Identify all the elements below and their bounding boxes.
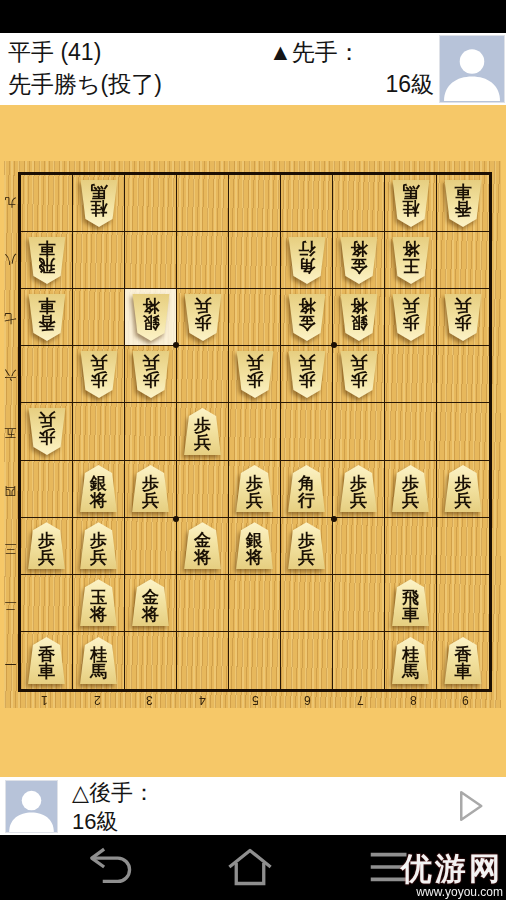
square-8-1[interactable]: 桂馬	[385, 632, 437, 689]
square-5-1[interactable]	[229, 632, 281, 689]
square-8-3[interactable]	[385, 518, 437, 575]
square-1-2[interactable]	[21, 575, 73, 632]
sente-piece: 歩兵	[183, 294, 223, 341]
sente-piece: 王将	[391, 237, 431, 284]
star-point	[173, 516, 179, 522]
square-6-3[interactable]: 歩兵	[281, 518, 333, 575]
rank-label: 七	[4, 288, 17, 346]
square-4-3[interactable]: 金将	[177, 518, 229, 575]
square-1-5[interactable]: 歩兵	[21, 403, 73, 460]
square-4-9[interactable]	[177, 175, 229, 232]
gote-piece: 金将	[183, 522, 223, 569]
gote-rank: 16級	[72, 807, 155, 836]
square-8-5[interactable]	[385, 403, 437, 460]
gote-piece: 銀将	[79, 465, 119, 512]
sente-piece: 香車	[27, 294, 67, 341]
rank-labels: 九八七六五四三二一	[4, 172, 17, 692]
play-triangle-icon	[450, 786, 490, 826]
square-7-2[interactable]	[333, 575, 385, 632]
back-button[interactable]	[85, 845, 137, 889]
gote-piece: 歩兵	[287, 522, 327, 569]
square-5-2[interactable]	[229, 575, 281, 632]
square-5-6[interactable]: 歩兵	[229, 346, 281, 403]
square-9-3[interactable]	[437, 518, 489, 575]
square-2-5[interactable]	[73, 403, 125, 460]
square-6-4[interactable]: 角行	[281, 461, 333, 518]
square-1-4[interactable]	[21, 461, 73, 518]
gote-piece: 歩兵	[131, 465, 171, 512]
home-button[interactable]	[224, 845, 276, 889]
watermark: 优游网 www.yoyou.com	[401, 853, 503, 899]
sente-piece: 歩兵	[443, 294, 483, 341]
rank-label: 五	[4, 403, 17, 461]
gote-piece: 玉将	[79, 579, 119, 626]
gote-piece: 金将	[131, 579, 171, 626]
square-2-3[interactable]: 歩兵	[73, 518, 125, 575]
square-6-6[interactable]: 歩兵	[281, 346, 333, 403]
rank-label: 二	[4, 576, 17, 634]
square-6-8[interactable]: 角行	[281, 232, 333, 289]
square-5-3[interactable]: 銀将	[229, 518, 281, 575]
rank-label: 九	[4, 172, 17, 230]
sente-piece: 銀将	[339, 294, 379, 341]
square-3-9[interactable]	[125, 175, 177, 232]
footer: △後手： 16級	[0, 777, 506, 835]
sente-piece: 歩兵	[79, 351, 119, 398]
sente-avatar	[439, 35, 505, 103]
gote-piece: 歩兵	[339, 465, 379, 512]
watermark-url: www.yoyou.com	[401, 885, 503, 899]
square-9-7[interactable]: 歩兵	[437, 289, 489, 346]
square-7-8[interactable]: 金将	[333, 232, 385, 289]
status-bar	[0, 0, 506, 33]
square-7-1[interactable]	[333, 632, 385, 689]
square-9-6[interactable]	[437, 346, 489, 403]
gote-piece: 香車	[443, 637, 483, 684]
android-nav-bar: 优游网 www.yoyou.com	[0, 835, 506, 900]
file-labels: 123456789	[18, 694, 492, 707]
gote-avatar	[5, 780, 58, 833]
square-2-6[interactable]: 歩兵	[73, 346, 125, 403]
square-3-3[interactable]	[125, 518, 177, 575]
rank-label: 一	[4, 634, 17, 692]
back-arrow-icon	[85, 845, 137, 889]
square-4-4[interactable]	[177, 461, 229, 518]
square-4-7[interactable]: 歩兵	[177, 289, 229, 346]
watermark-logo: 优游网	[401, 853, 503, 885]
file-label: 1	[18, 694, 71, 707]
gote-piece: 歩兵	[235, 465, 275, 512]
square-3-8[interactable]	[125, 232, 177, 289]
sente-rank: 16級	[269, 68, 434, 100]
square-7-5[interactable]	[333, 403, 385, 460]
star-point	[173, 342, 179, 348]
gote-player-info: △後手： 16級	[72, 778, 155, 836]
square-4-5[interactable]: 歩兵	[177, 403, 229, 460]
square-3-1[interactable]	[125, 632, 177, 689]
square-3-2[interactable]: 金将	[125, 575, 177, 632]
square-6-1[interactable]	[281, 632, 333, 689]
gote-piece: 歩兵	[443, 465, 483, 512]
gote-piece: 香車	[27, 637, 67, 684]
square-3-7[interactable]: 銀将	[125, 289, 177, 346]
sente-piece: 金将	[287, 294, 327, 341]
sente-piece: 桂馬	[391, 180, 431, 227]
square-5-5[interactable]	[229, 403, 281, 460]
square-4-2[interactable]	[177, 575, 229, 632]
header: 平手 (41) 先手勝ち(投了) ▲先手： 16級	[0, 33, 506, 105]
square-4-8[interactable]	[177, 232, 229, 289]
sente-piece: 歩兵	[235, 351, 275, 398]
square-6-7[interactable]: 金将	[281, 289, 333, 346]
person-silhouette-icon	[6, 781, 57, 832]
square-8-7[interactable]: 歩兵	[385, 289, 437, 346]
square-5-4[interactable]: 歩兵	[229, 461, 281, 518]
sente-piece: 歩兵	[391, 294, 431, 341]
board-grid: 桂馬桂馬香車飛車角行金将王将香車銀将歩兵金将銀将歩兵歩兵歩兵歩兵歩兵歩兵歩兵歩兵…	[18, 172, 492, 692]
sente-player-info: ▲先手： 16級	[269, 36, 434, 100]
gote-piece: 歩兵	[391, 465, 431, 512]
rank-label: 六	[4, 345, 17, 403]
square-1-3[interactable]: 歩兵	[21, 518, 73, 575]
square-1-6[interactable]	[21, 346, 73, 403]
sente-piece: 歩兵	[339, 351, 379, 398]
square-9-9[interactable]: 香車	[437, 175, 489, 232]
gote-piece: 歩兵	[27, 522, 67, 569]
sente-piece: 銀将	[131, 294, 171, 341]
gote-label: △後手：	[72, 778, 155, 807]
square-5-9[interactable]	[229, 175, 281, 232]
square-9-8[interactable]	[437, 232, 489, 289]
gote-piece: 銀将	[235, 522, 275, 569]
square-5-7[interactable]	[229, 289, 281, 346]
gote-piece: 歩兵	[183, 408, 223, 455]
square-6-5[interactable]	[281, 403, 333, 460]
square-8-8[interactable]: 王将	[385, 232, 437, 289]
square-8-6[interactable]	[385, 346, 437, 403]
square-2-8[interactable]	[73, 232, 125, 289]
gote-piece: 飛車	[391, 579, 431, 626]
square-1-9[interactable]	[21, 175, 73, 232]
square-9-4[interactable]: 歩兵	[437, 461, 489, 518]
square-2-7[interactable]	[73, 289, 125, 346]
square-1-8[interactable]: 飛車	[21, 232, 73, 289]
star-point	[331, 342, 337, 348]
app-screen: 平手 (41) 先手勝ち(投了) ▲先手： 16級 九八七六五四三二一 桂馬桂馬…	[0, 0, 506, 900]
square-7-6[interactable]: 歩兵	[333, 346, 385, 403]
star-point	[331, 516, 337, 522]
file-label: 2	[71, 694, 124, 707]
square-4-6[interactable]	[177, 346, 229, 403]
file-label: 8	[387, 694, 440, 707]
sente-piece: 飛車	[27, 237, 67, 284]
square-8-4[interactable]: 歩兵	[385, 461, 437, 518]
square-1-7[interactable]: 香車	[21, 289, 73, 346]
square-8-2[interactable]: 飛車	[385, 575, 437, 632]
square-1-1[interactable]: 香車	[21, 632, 73, 689]
sente-piece: 歩兵	[287, 351, 327, 398]
square-8-9[interactable]: 桂馬	[385, 175, 437, 232]
gote-piece: 歩兵	[79, 522, 119, 569]
game-title: 平手 (41)	[8, 36, 162, 68]
file-label: 5	[229, 694, 282, 707]
square-3-4[interactable]: 歩兵	[125, 461, 177, 518]
sente-piece: 歩兵	[27, 408, 67, 455]
square-9-5[interactable]	[437, 403, 489, 460]
square-7-3[interactable]	[333, 518, 385, 575]
square-7-9[interactable]	[333, 175, 385, 232]
sente-piece: 歩兵	[131, 351, 171, 398]
gote-piece: 桂馬	[79, 637, 119, 684]
file-label: 6	[281, 694, 334, 707]
square-3-6[interactable]: 歩兵	[125, 346, 177, 403]
rank-label: 八	[4, 230, 17, 288]
sente-piece: 角行	[287, 237, 327, 284]
rank-label: 三	[4, 519, 17, 577]
game-info: 平手 (41) 先手勝ち(投了)	[8, 36, 162, 100]
file-label: 3	[123, 694, 176, 707]
square-9-1[interactable]: 香車	[437, 632, 489, 689]
game-result: 先手勝ち(投了)	[8, 68, 162, 100]
play-button[interactable]	[450, 786, 490, 826]
square-7-4[interactable]: 歩兵	[333, 461, 385, 518]
square-9-2[interactable]	[437, 575, 489, 632]
square-5-8[interactable]	[229, 232, 281, 289]
gote-piece: 桂馬	[391, 637, 431, 684]
file-label: 4	[176, 694, 229, 707]
square-4-1[interactable]	[177, 632, 229, 689]
sente-piece: 金将	[339, 237, 379, 284]
square-7-7[interactable]: 銀将	[333, 289, 385, 346]
rank-label: 四	[4, 461, 17, 519]
square-3-5[interactable]	[125, 403, 177, 460]
shogi-board: 九八七六五四三二一 桂馬桂馬香車飛車角行金将王将香車銀将歩兵金将銀将歩兵歩兵歩兵…	[4, 161, 501, 708]
person-silhouette-icon	[440, 36, 504, 102]
sente-piece: 香車	[443, 180, 483, 227]
square-6-9[interactable]	[281, 175, 333, 232]
square-2-4[interactable]: 銀将	[73, 461, 125, 518]
square-6-2[interactable]	[281, 575, 333, 632]
gote-piece: 角行	[287, 465, 327, 512]
sente-piece: 桂馬	[79, 180, 119, 227]
home-icon	[224, 845, 276, 889]
file-label: 9	[439, 694, 492, 707]
square-2-2[interactable]: 玉将	[73, 575, 125, 632]
square-2-1[interactable]: 桂馬	[73, 632, 125, 689]
sente-label: ▲先手：	[269, 36, 434, 68]
square-2-9[interactable]: 桂馬	[73, 175, 125, 232]
file-label: 7	[334, 694, 387, 707]
